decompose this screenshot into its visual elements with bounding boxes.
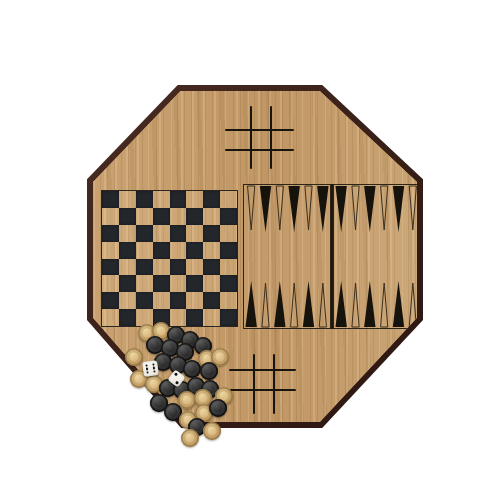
light-checker-piece[interactable] [125,348,143,366]
dark-checker-piece[interactable] [200,362,218,380]
pieces-tray [0,0,500,500]
die-pip [175,381,179,385]
die-showing-6[interactable] [142,360,159,377]
light-checker-piece[interactable] [203,422,221,440]
board-photo [0,0,500,500]
die-pip [153,370,156,373]
dark-checker-piece[interactable] [183,360,201,378]
dark-checker-piece[interactable] [209,399,227,417]
die-pip [153,367,156,370]
light-checker-piece[interactable] [181,429,199,447]
die-pip [152,363,155,366]
